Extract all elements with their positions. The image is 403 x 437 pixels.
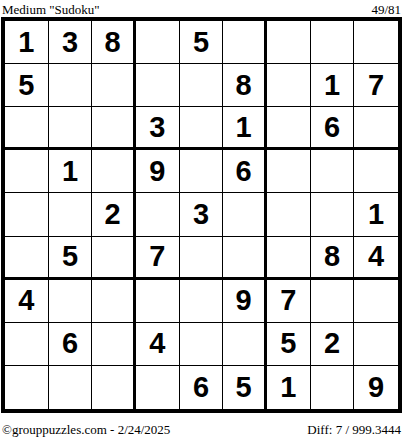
cell-r9c2-empty[interactable]: [49, 366, 93, 409]
cell-r2c6-given: 8: [223, 64, 267, 107]
sudoku-grid: 13855817316196231578449764526519: [1, 17, 402, 413]
cell-r9c4-empty[interactable]: [136, 366, 180, 409]
cell-r7c7-given: 7: [267, 280, 311, 323]
cell-r2c4-empty[interactable]: [136, 64, 180, 107]
cell-r1c5-given: 5: [180, 21, 224, 64]
cell-r9c3-empty[interactable]: [92, 366, 136, 409]
cell-r7c5-empty[interactable]: [180, 280, 224, 323]
cell-r9c1-empty[interactable]: [5, 366, 49, 409]
cell-r6c3-empty[interactable]: [92, 237, 136, 280]
cell-r3c2-empty[interactable]: [49, 107, 93, 150]
cell-r5c8-empty[interactable]: [311, 193, 355, 236]
cell-r5c2-empty[interactable]: [49, 193, 93, 236]
cell-r9c7-given: 1: [267, 366, 311, 409]
cell-r3c6-given: 1: [223, 107, 267, 150]
credit-text: ©grouppuzzles.com - 2/24/2025: [2, 422, 170, 437]
difficulty-text: Diff: 7 / 999.3444: [307, 422, 401, 437]
cell-r8c6-empty[interactable]: [223, 323, 267, 366]
cell-r7c8-empty[interactable]: [311, 280, 355, 323]
cell-r3c7-empty[interactable]: [267, 107, 311, 150]
footer: ©grouppuzzles.com - 2/24/2025 Diff: 7 / …: [0, 413, 403, 437]
cell-r3c1-empty[interactable]: [5, 107, 49, 150]
cell-r5c1-empty[interactable]: [5, 193, 49, 236]
cell-r1c4-empty[interactable]: [136, 21, 180, 64]
cell-r3c8-given: 6: [311, 107, 355, 150]
cell-r7c4-empty[interactable]: [136, 280, 180, 323]
cell-r2c5-empty[interactable]: [180, 64, 224, 107]
cell-r2c9-given: 7: [354, 64, 398, 107]
cell-r2c3-empty[interactable]: [92, 64, 136, 107]
cell-r1c7-empty[interactable]: [267, 21, 311, 64]
cell-r7c9-empty[interactable]: [354, 280, 398, 323]
cell-r1c3-given: 8: [92, 21, 136, 64]
cell-r2c2-empty[interactable]: [49, 64, 93, 107]
cell-r4c6-given: 6: [223, 150, 267, 193]
cell-r2c7-empty[interactable]: [267, 64, 311, 107]
cell-r3c5-empty[interactable]: [180, 107, 224, 150]
cell-r4c8-empty[interactable]: [311, 150, 355, 193]
cell-r3c3-empty[interactable]: [92, 107, 136, 150]
cell-r6c8-given: 8: [311, 237, 355, 280]
cell-r4c2-given: 1: [49, 150, 93, 193]
cell-r6c7-empty[interactable]: [267, 237, 311, 280]
cell-r6c2-given: 5: [49, 237, 93, 280]
cell-r6c1-empty[interactable]: [5, 237, 49, 280]
cell-r3c9-empty[interactable]: [354, 107, 398, 150]
cell-r3c4-given: 3: [136, 107, 180, 150]
cell-r8c3-empty[interactable]: [92, 323, 136, 366]
cell-r7c1-given: 4: [5, 280, 49, 323]
cell-r2c1-given: 5: [5, 64, 49, 107]
cell-r5c9-given: 1: [354, 193, 398, 236]
cell-r1c1-given: 1: [5, 21, 49, 64]
cell-r6c4-given: 7: [136, 237, 180, 280]
cell-r1c9-empty[interactable]: [354, 21, 398, 64]
cell-r4c1-empty[interactable]: [5, 150, 49, 193]
cell-r5c4-empty[interactable]: [136, 193, 180, 236]
remaining-counter: 49/81: [371, 2, 401, 17]
cell-r4c9-empty[interactable]: [354, 150, 398, 193]
cell-r4c5-empty[interactable]: [180, 150, 224, 193]
cell-r8c4-given: 4: [136, 323, 180, 366]
cell-r9c6-given: 5: [223, 366, 267, 409]
cell-r7c6-given: 9: [223, 280, 267, 323]
cell-r5c6-empty[interactable]: [223, 193, 267, 236]
cell-r6c9-given: 4: [354, 237, 398, 280]
cell-r9c5-given: 6: [180, 366, 224, 409]
puzzle-title: Medium "Sudoku": [2, 2, 100, 17]
cell-r4c4-given: 9: [136, 150, 180, 193]
cell-r7c2-empty[interactable]: [49, 280, 93, 323]
cell-r1c6-empty[interactable]: [223, 21, 267, 64]
header: Medium "Sudoku" 49/81: [0, 0, 403, 17]
cell-r8c5-empty[interactable]: [180, 323, 224, 366]
cell-r8c8-given: 2: [311, 323, 355, 366]
cell-r8c1-empty[interactable]: [5, 323, 49, 366]
cell-r5c3-given: 2: [92, 193, 136, 236]
cell-r9c9-given: 9: [354, 366, 398, 409]
cell-r1c8-empty[interactable]: [311, 21, 355, 64]
cell-r8c9-empty[interactable]: [354, 323, 398, 366]
cell-r6c6-empty[interactable]: [223, 237, 267, 280]
cell-r4c7-empty[interactable]: [267, 150, 311, 193]
cell-r5c5-given: 3: [180, 193, 224, 236]
cell-r4c3-empty[interactable]: [92, 150, 136, 193]
cell-r1c2-given: 3: [49, 21, 93, 64]
cell-r8c7-given: 5: [267, 323, 311, 366]
cell-r5c7-empty[interactable]: [267, 193, 311, 236]
cell-r9c8-empty[interactable]: [311, 366, 355, 409]
cell-r6c5-empty[interactable]: [180, 237, 224, 280]
cell-r7c3-empty[interactable]: [92, 280, 136, 323]
cell-r8c2-given: 6: [49, 323, 93, 366]
cell-r2c8-given: 1: [311, 64, 355, 107]
